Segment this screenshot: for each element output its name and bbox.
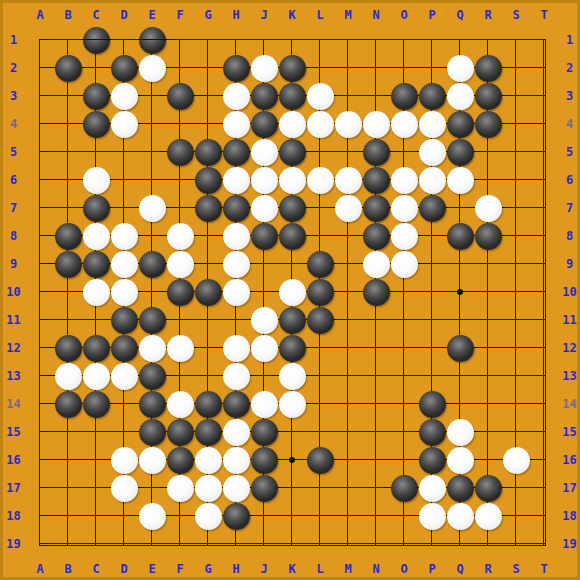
board-cell[interactable] xyxy=(474,222,502,250)
board-cell[interactable] xyxy=(194,446,222,474)
board-cell[interactable] xyxy=(334,446,362,474)
board-cell[interactable] xyxy=(474,82,502,110)
board-cell[interactable] xyxy=(194,362,222,390)
board-cell[interactable] xyxy=(110,166,138,194)
board-cell[interactable] xyxy=(82,502,110,530)
board-cell[interactable] xyxy=(222,110,250,138)
board-cell[interactable] xyxy=(166,278,194,306)
board-cell[interactable] xyxy=(334,390,362,418)
board-cell[interactable] xyxy=(138,362,166,390)
board-cell[interactable] xyxy=(502,530,530,558)
board-cell[interactable] xyxy=(54,194,82,222)
board-cell[interactable] xyxy=(250,306,278,334)
board-cell[interactable] xyxy=(306,446,334,474)
board-cell[interactable] xyxy=(194,334,222,362)
board-cell[interactable] xyxy=(446,306,474,334)
board-cell[interactable] xyxy=(446,418,474,446)
board-cell[interactable] xyxy=(474,278,502,306)
board-cell[interactable] xyxy=(390,278,418,306)
board-cell[interactable] xyxy=(418,446,446,474)
board-cell[interactable] xyxy=(26,474,54,502)
board-cell[interactable] xyxy=(446,390,474,418)
board-cell[interactable] xyxy=(390,362,418,390)
board-cell[interactable] xyxy=(530,82,558,110)
board-cell[interactable] xyxy=(334,110,362,138)
board-cell[interactable] xyxy=(110,250,138,278)
board-cell[interactable] xyxy=(26,390,54,418)
board-cell[interactable] xyxy=(362,306,390,334)
board-cell[interactable] xyxy=(138,110,166,138)
board-cell[interactable] xyxy=(474,362,502,390)
board-cell[interactable] xyxy=(278,334,306,362)
board-cell[interactable] xyxy=(390,474,418,502)
board-cell[interactable] xyxy=(334,334,362,362)
board-cell[interactable] xyxy=(138,418,166,446)
board-cell[interactable] xyxy=(166,54,194,82)
board-cell[interactable] xyxy=(362,474,390,502)
board-cell[interactable] xyxy=(530,222,558,250)
board-cell[interactable] xyxy=(446,110,474,138)
board-cell[interactable] xyxy=(138,334,166,362)
board-cell[interactable] xyxy=(278,418,306,446)
board-cell[interactable] xyxy=(474,54,502,82)
board-cell[interactable] xyxy=(334,82,362,110)
board-cell[interactable] xyxy=(446,530,474,558)
board-cell[interactable] xyxy=(418,54,446,82)
board-cell[interactable] xyxy=(530,530,558,558)
board-cell[interactable] xyxy=(110,390,138,418)
board-cell[interactable] xyxy=(54,110,82,138)
board-cell[interactable] xyxy=(54,390,82,418)
board-cell[interactable] xyxy=(362,110,390,138)
board-cell[interactable] xyxy=(194,194,222,222)
board-cell[interactable] xyxy=(166,82,194,110)
board-cell[interactable] xyxy=(110,446,138,474)
board-cell[interactable] xyxy=(54,54,82,82)
board-cell[interactable] xyxy=(530,418,558,446)
board-cell[interactable] xyxy=(502,54,530,82)
board-cell[interactable] xyxy=(250,54,278,82)
board-cell[interactable] xyxy=(194,110,222,138)
board-cell[interactable] xyxy=(194,82,222,110)
board-cell[interactable] xyxy=(110,474,138,502)
board-cell[interactable] xyxy=(26,26,54,54)
board-cell[interactable] xyxy=(166,334,194,362)
board-cell[interactable] xyxy=(110,334,138,362)
board-cell[interactable] xyxy=(26,418,54,446)
board-cell[interactable] xyxy=(194,502,222,530)
board-cell[interactable] xyxy=(222,334,250,362)
board-cell[interactable] xyxy=(306,54,334,82)
board-cell[interactable] xyxy=(502,110,530,138)
board-cell[interactable] xyxy=(418,278,446,306)
board-cell[interactable] xyxy=(278,306,306,334)
board-cell[interactable] xyxy=(530,362,558,390)
board-cell[interactable] xyxy=(474,446,502,474)
board-cell[interactable] xyxy=(250,110,278,138)
board-cell[interactable] xyxy=(138,26,166,54)
board-cell[interactable] xyxy=(166,250,194,278)
board-cell[interactable] xyxy=(306,82,334,110)
board-cell[interactable] xyxy=(474,502,502,530)
board-cell[interactable] xyxy=(502,222,530,250)
board-cell[interactable] xyxy=(278,138,306,166)
board-cell[interactable] xyxy=(530,26,558,54)
board-cell[interactable] xyxy=(306,502,334,530)
board-cell[interactable] xyxy=(166,306,194,334)
board-cell[interactable] xyxy=(390,390,418,418)
board-cell[interactable] xyxy=(306,26,334,54)
board-cell[interactable] xyxy=(390,418,418,446)
board-cell[interactable] xyxy=(54,530,82,558)
board-cell[interactable] xyxy=(110,110,138,138)
board-cell[interactable] xyxy=(362,250,390,278)
board-cell[interactable] xyxy=(26,278,54,306)
board-cell[interactable] xyxy=(26,362,54,390)
board-cell[interactable] xyxy=(222,474,250,502)
board-cell[interactable] xyxy=(446,250,474,278)
board-cell[interactable] xyxy=(334,362,362,390)
board-cell[interactable] xyxy=(474,138,502,166)
board-cell[interactable] xyxy=(222,166,250,194)
board-cell[interactable] xyxy=(222,306,250,334)
board-cell[interactable] xyxy=(530,110,558,138)
board-cell[interactable] xyxy=(194,54,222,82)
board-cell[interactable] xyxy=(334,54,362,82)
board-cell[interactable] xyxy=(194,390,222,418)
board-cell[interactable] xyxy=(446,166,474,194)
board-cell[interactable] xyxy=(250,250,278,278)
board-cell[interactable] xyxy=(166,166,194,194)
go-board[interactable] xyxy=(26,26,558,558)
board-cell[interactable] xyxy=(222,54,250,82)
board-cell[interactable] xyxy=(530,166,558,194)
board-cell[interactable] xyxy=(194,278,222,306)
board-cell[interactable] xyxy=(194,306,222,334)
board-cell[interactable] xyxy=(418,110,446,138)
board-cell[interactable] xyxy=(26,138,54,166)
board-cell[interactable] xyxy=(362,502,390,530)
board-cell[interactable] xyxy=(418,418,446,446)
board-cell[interactable] xyxy=(82,306,110,334)
board-cell[interactable] xyxy=(306,390,334,418)
board-cell[interactable] xyxy=(138,54,166,82)
board-cell[interactable] xyxy=(390,110,418,138)
board-cell[interactable] xyxy=(502,446,530,474)
board-cell[interactable] xyxy=(278,166,306,194)
board-cell[interactable] xyxy=(26,306,54,334)
board-cell[interactable] xyxy=(306,194,334,222)
board-cell[interactable] xyxy=(530,250,558,278)
board-cell[interactable] xyxy=(446,82,474,110)
board-cell[interactable] xyxy=(362,54,390,82)
board-cell[interactable] xyxy=(26,222,54,250)
board-cell[interactable] xyxy=(390,502,418,530)
board-cell[interactable] xyxy=(334,474,362,502)
board-cell[interactable] xyxy=(390,250,418,278)
board-cell[interactable] xyxy=(502,362,530,390)
board-cell[interactable] xyxy=(110,530,138,558)
board-cell[interactable] xyxy=(446,26,474,54)
board-cell[interactable] xyxy=(194,530,222,558)
board-cell[interactable] xyxy=(306,306,334,334)
board-cell[interactable] xyxy=(390,194,418,222)
board-cell[interactable] xyxy=(138,502,166,530)
board-cell[interactable] xyxy=(502,138,530,166)
board-cell[interactable] xyxy=(502,306,530,334)
board-cell[interactable] xyxy=(418,26,446,54)
board-cell[interactable] xyxy=(530,306,558,334)
board-cell[interactable] xyxy=(250,222,278,250)
board-cell[interactable] xyxy=(362,82,390,110)
board-cell[interactable] xyxy=(26,110,54,138)
board-cell[interactable] xyxy=(166,390,194,418)
board-cell[interactable] xyxy=(502,474,530,502)
board-cell[interactable] xyxy=(110,26,138,54)
board-cell[interactable] xyxy=(306,278,334,306)
board-cell[interactable] xyxy=(418,502,446,530)
board-cell[interactable] xyxy=(54,278,82,306)
board-cell[interactable] xyxy=(474,418,502,446)
board-cell[interactable] xyxy=(26,250,54,278)
board-cell[interactable] xyxy=(138,250,166,278)
board-cell[interactable] xyxy=(54,250,82,278)
board-cell[interactable] xyxy=(26,502,54,530)
board-cell[interactable] xyxy=(54,418,82,446)
board-cell[interactable] xyxy=(306,222,334,250)
board-cell[interactable] xyxy=(166,222,194,250)
board-cell[interactable] xyxy=(418,362,446,390)
board-cell[interactable] xyxy=(306,166,334,194)
board-cell[interactable] xyxy=(278,250,306,278)
board-cell[interactable] xyxy=(446,278,474,306)
board-cell[interactable] xyxy=(166,418,194,446)
board-cell[interactable] xyxy=(390,82,418,110)
board-cell[interactable] xyxy=(278,82,306,110)
board-cell[interactable] xyxy=(474,530,502,558)
board-cell[interactable] xyxy=(418,138,446,166)
board-cell[interactable] xyxy=(138,446,166,474)
board-cell[interactable] xyxy=(138,166,166,194)
board-cell[interactable] xyxy=(362,334,390,362)
board-cell[interactable] xyxy=(26,334,54,362)
board-cell[interactable] xyxy=(110,306,138,334)
board-cell[interactable] xyxy=(222,222,250,250)
board-cell[interactable] xyxy=(530,278,558,306)
board-cell[interactable] xyxy=(26,166,54,194)
board-cell[interactable] xyxy=(222,138,250,166)
board-cell[interactable] xyxy=(362,138,390,166)
board-cell[interactable] xyxy=(390,26,418,54)
board-cell[interactable] xyxy=(418,306,446,334)
board-cell[interactable] xyxy=(222,502,250,530)
board-cell[interactable] xyxy=(222,250,250,278)
board-cell[interactable] xyxy=(194,250,222,278)
board-cell[interactable] xyxy=(530,390,558,418)
board-cell[interactable] xyxy=(82,166,110,194)
board-cell[interactable] xyxy=(54,502,82,530)
board-cell[interactable] xyxy=(82,446,110,474)
board-cell[interactable] xyxy=(418,474,446,502)
board-cell[interactable] xyxy=(418,390,446,418)
board-cell[interactable] xyxy=(446,446,474,474)
board-cell[interactable] xyxy=(530,502,558,530)
board-cell[interactable] xyxy=(250,82,278,110)
board-cell[interactable] xyxy=(194,26,222,54)
board-cell[interactable] xyxy=(166,26,194,54)
board-cell[interactable] xyxy=(278,530,306,558)
board-cell[interactable] xyxy=(362,222,390,250)
board-cell[interactable] xyxy=(418,334,446,362)
board-cell[interactable] xyxy=(222,390,250,418)
board-cell[interactable] xyxy=(306,362,334,390)
board-cell[interactable] xyxy=(250,502,278,530)
board-cell[interactable] xyxy=(446,194,474,222)
board-cell[interactable] xyxy=(54,446,82,474)
board-cell[interactable] xyxy=(362,26,390,54)
board-cell[interactable] xyxy=(110,54,138,82)
board-cell[interactable] xyxy=(334,306,362,334)
board-cell[interactable] xyxy=(250,194,278,222)
board-cell[interactable] xyxy=(54,222,82,250)
board-cell[interactable] xyxy=(278,362,306,390)
board-cell[interactable] xyxy=(250,530,278,558)
board-cell[interactable] xyxy=(474,166,502,194)
board-cell[interactable] xyxy=(166,474,194,502)
board-cell[interactable] xyxy=(446,222,474,250)
board-cell[interactable] xyxy=(474,194,502,222)
board-cell[interactable] xyxy=(194,138,222,166)
board-cell[interactable] xyxy=(222,26,250,54)
board-cell[interactable] xyxy=(82,138,110,166)
board-cell[interactable] xyxy=(222,278,250,306)
board-cell[interactable] xyxy=(110,222,138,250)
board-cell[interactable] xyxy=(278,474,306,502)
board-cell[interactable] xyxy=(166,138,194,166)
board-cell[interactable] xyxy=(82,222,110,250)
board-cell[interactable] xyxy=(418,194,446,222)
board-cell[interactable] xyxy=(334,194,362,222)
board-cell[interactable] xyxy=(54,138,82,166)
board-cell[interactable] xyxy=(138,194,166,222)
board-cell[interactable] xyxy=(334,530,362,558)
board-cell[interactable] xyxy=(334,502,362,530)
board-cell[interactable] xyxy=(362,390,390,418)
board-cell[interactable] xyxy=(390,138,418,166)
board-cell[interactable] xyxy=(82,334,110,362)
board-cell[interactable] xyxy=(82,26,110,54)
board-cell[interactable] xyxy=(502,390,530,418)
board-cell[interactable] xyxy=(278,390,306,418)
board-cell[interactable] xyxy=(54,362,82,390)
board-cell[interactable] xyxy=(54,474,82,502)
board-cell[interactable] xyxy=(502,250,530,278)
board-cell[interactable] xyxy=(194,222,222,250)
board-cell[interactable] xyxy=(54,26,82,54)
board-cell[interactable] xyxy=(54,334,82,362)
board-cell[interactable] xyxy=(334,250,362,278)
board-cell[interactable] xyxy=(334,418,362,446)
board-cell[interactable] xyxy=(110,194,138,222)
board-cell[interactable] xyxy=(82,362,110,390)
board-cell[interactable] xyxy=(54,306,82,334)
board-cell[interactable] xyxy=(278,446,306,474)
board-cell[interactable] xyxy=(250,418,278,446)
board-cell[interactable] xyxy=(82,110,110,138)
board-cell[interactable] xyxy=(222,418,250,446)
board-cell[interactable] xyxy=(418,222,446,250)
board-cell[interactable] xyxy=(530,334,558,362)
board-cell[interactable] xyxy=(278,26,306,54)
board-cell[interactable] xyxy=(278,502,306,530)
board-cell[interactable] xyxy=(82,418,110,446)
board-cell[interactable] xyxy=(82,530,110,558)
board-cell[interactable] xyxy=(110,362,138,390)
board-cell[interactable] xyxy=(194,474,222,502)
board-cell[interactable] xyxy=(138,138,166,166)
board-cell[interactable] xyxy=(26,54,54,82)
board-cell[interactable] xyxy=(82,278,110,306)
board-cell[interactable] xyxy=(502,418,530,446)
board-cell[interactable] xyxy=(474,474,502,502)
board-cell[interactable] xyxy=(110,278,138,306)
board-cell[interactable] xyxy=(138,474,166,502)
board-cell[interactable] xyxy=(138,306,166,334)
board-cell[interactable] xyxy=(250,26,278,54)
board-cell[interactable] xyxy=(138,530,166,558)
board-cell[interactable] xyxy=(362,278,390,306)
board-cell[interactable] xyxy=(250,474,278,502)
board-cell[interactable] xyxy=(362,362,390,390)
board-cell[interactable] xyxy=(250,278,278,306)
board-cell[interactable] xyxy=(474,334,502,362)
board-cell[interactable] xyxy=(418,530,446,558)
board-cell[interactable] xyxy=(82,390,110,418)
board-cell[interactable] xyxy=(306,334,334,362)
board-cell[interactable] xyxy=(166,446,194,474)
board-cell[interactable] xyxy=(250,334,278,362)
board-cell[interactable] xyxy=(250,390,278,418)
board-cell[interactable] xyxy=(334,26,362,54)
board-cell[interactable] xyxy=(110,82,138,110)
board-cell[interactable] xyxy=(26,194,54,222)
board-cell[interactable] xyxy=(362,530,390,558)
board-cell[interactable] xyxy=(278,222,306,250)
board-cell[interactable] xyxy=(26,82,54,110)
board-cell[interactable] xyxy=(306,250,334,278)
board-cell[interactable] xyxy=(26,530,54,558)
board-cell[interactable] xyxy=(222,446,250,474)
board-cell[interactable] xyxy=(474,250,502,278)
board-cell[interactable] xyxy=(138,82,166,110)
board-cell[interactable] xyxy=(166,110,194,138)
board-cell[interactable] xyxy=(222,82,250,110)
board-cell[interactable] xyxy=(474,110,502,138)
board-cell[interactable] xyxy=(530,446,558,474)
board-cell[interactable] xyxy=(82,194,110,222)
board-cell[interactable] xyxy=(306,418,334,446)
board-cell[interactable] xyxy=(306,138,334,166)
board-cell[interactable] xyxy=(278,110,306,138)
board-cell[interactable] xyxy=(362,418,390,446)
board-cell[interactable] xyxy=(474,306,502,334)
board-cell[interactable] xyxy=(110,138,138,166)
board-cell[interactable] xyxy=(502,26,530,54)
board-cell[interactable] xyxy=(390,166,418,194)
board-cell[interactable] xyxy=(82,474,110,502)
board-cell[interactable] xyxy=(446,334,474,362)
board-cell[interactable] xyxy=(530,138,558,166)
